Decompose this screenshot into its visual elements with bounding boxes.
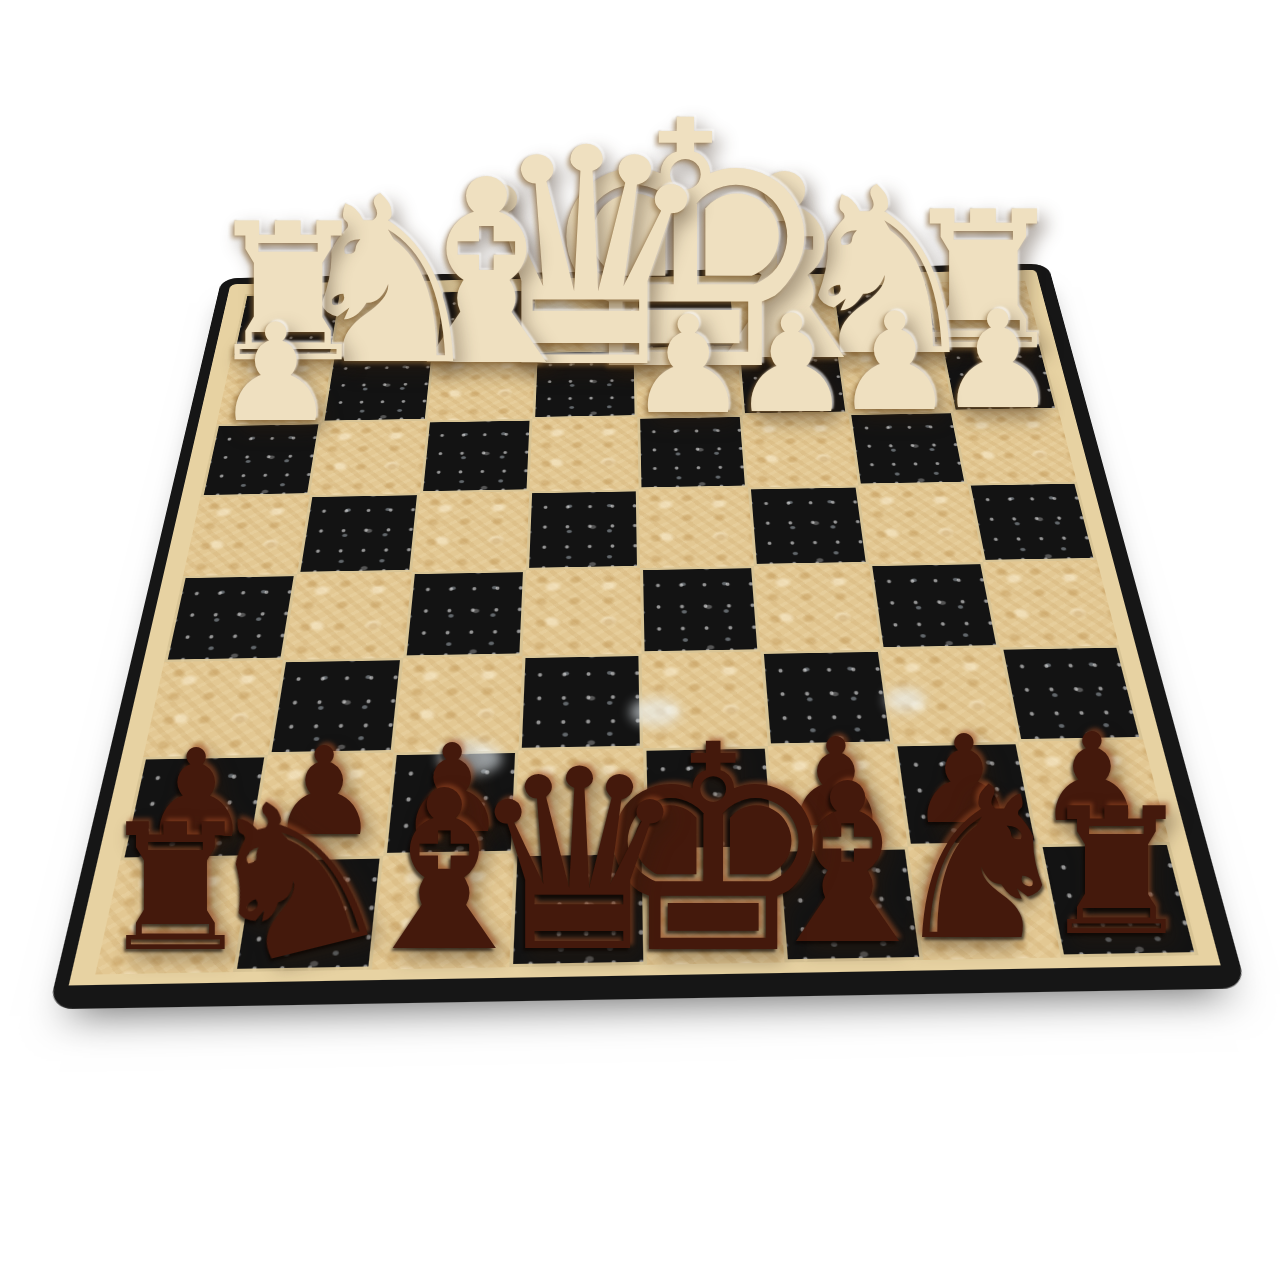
square-h5 bbox=[164, 574, 297, 662]
square-d5 bbox=[640, 566, 761, 654]
square-a5 bbox=[983, 560, 1119, 648]
square-g1 bbox=[333, 291, 441, 355]
square-f7 bbox=[383, 750, 518, 856]
square-b1 bbox=[830, 282, 940, 346]
board-grid bbox=[95, 281, 1198, 975]
chess-board bbox=[49, 264, 1247, 1010]
square-g5 bbox=[283, 572, 411, 660]
square-a2 bbox=[940, 343, 1058, 412]
square-g8 bbox=[233, 856, 383, 973]
square-e4 bbox=[526, 489, 640, 570]
square-g2 bbox=[322, 353, 434, 422]
square-h4 bbox=[183, 495, 310, 576]
square-e7 bbox=[514, 748, 645, 853]
square-f8 bbox=[371, 853, 514, 969]
square-e8 bbox=[509, 851, 647, 967]
square-c5 bbox=[754, 564, 880, 652]
square-e2 bbox=[532, 350, 637, 419]
square-c7 bbox=[768, 743, 907, 848]
square-e3 bbox=[529, 417, 639, 491]
square-d2 bbox=[636, 348, 742, 417]
square-b4 bbox=[858, 483, 983, 564]
square-e5 bbox=[522, 568, 641, 656]
square-c8 bbox=[776, 846, 923, 962]
square-c6 bbox=[761, 650, 893, 746]
square-h2 bbox=[217, 355, 333, 424]
square-d7 bbox=[643, 746, 776, 851]
square-d4 bbox=[639, 487, 755, 568]
square-f6 bbox=[393, 656, 522, 752]
square-b7 bbox=[893, 741, 1038, 846]
square-h7 bbox=[120, 754, 268, 860]
square-e1 bbox=[535, 287, 636, 351]
square-c2 bbox=[737, 346, 847, 415]
square-f5 bbox=[403, 570, 526, 658]
square-d1 bbox=[635, 286, 737, 350]
square-d3 bbox=[637, 415, 748, 489]
square-f1 bbox=[434, 289, 538, 353]
square-c3 bbox=[743, 413, 858, 487]
square-d8 bbox=[645, 849, 785, 965]
square-g4 bbox=[297, 493, 419, 574]
square-g7 bbox=[252, 752, 394, 858]
square-f3 bbox=[420, 418, 533, 493]
square-b8 bbox=[907, 844, 1060, 960]
square-h1 bbox=[231, 293, 342, 357]
square-a1 bbox=[928, 281, 1041, 345]
square-b5 bbox=[868, 562, 999, 650]
square-f2 bbox=[427, 351, 535, 420]
square-a7 bbox=[1018, 739, 1169, 844]
square-h3 bbox=[200, 422, 321, 497]
square-a8 bbox=[1038, 842, 1198, 958]
square-b3 bbox=[848, 411, 967, 485]
square-c1 bbox=[733, 284, 839, 348]
square-b2 bbox=[839, 344, 953, 413]
square-a3 bbox=[953, 409, 1077, 483]
square-a4 bbox=[967, 482, 1097, 562]
square-f4 bbox=[412, 491, 530, 572]
square-g6 bbox=[268, 658, 403, 754]
square-c4 bbox=[748, 485, 868, 566]
square-h6 bbox=[143, 660, 283, 756]
square-d6 bbox=[641, 652, 768, 748]
square-h8 bbox=[95, 858, 251, 975]
square-e6 bbox=[518, 654, 643, 750]
square-g3 bbox=[310, 420, 427, 495]
square-a6 bbox=[1000, 646, 1143, 742]
square-b6 bbox=[880, 648, 1018, 744]
photo-canvas: ♜♞♝♛♚♝♞♜♟♟♟♟♟♜♞♝♛♚♝♞♜♟♟♟♟♟♟ bbox=[0, 0, 1280, 1280]
